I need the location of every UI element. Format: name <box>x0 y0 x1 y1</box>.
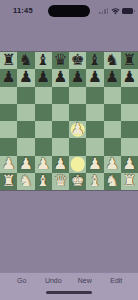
last-move-highlight <box>70 157 85 172</box>
piece-black-rook: ♜ <box>2 52 16 69</box>
square-h5[interactable] <box>121 104 138 121</box>
status-bar: 11:45 <box>0 0 138 22</box>
square-f4[interactable] <box>86 121 103 138</box>
square-c5[interactable] <box>35 104 52 121</box>
wifi-icon <box>111 8 120 15</box>
square-c7[interactable]: ♟ <box>35 69 52 86</box>
square-a2[interactable]: ♟ <box>0 156 17 173</box>
square-a4[interactable] <box>0 121 17 138</box>
piece-white-rook: ♜ <box>2 172 16 189</box>
square-a5[interactable] <box>0 104 17 121</box>
square-h2[interactable]: ♟ <box>121 156 138 173</box>
square-b2[interactable]: ♟ <box>17 156 34 173</box>
square-b1[interactable]: ♞ <box>17 173 34 190</box>
piece-black-queen: ♛ <box>53 52 67 69</box>
square-a1[interactable]: ♜ <box>0 173 17 190</box>
square-g8[interactable]: ♞ <box>104 52 121 69</box>
piece-black-pawn: ♟ <box>53 69 67 86</box>
square-c3[interactable] <box>35 138 52 155</box>
square-g2[interactable]: ♟ <box>104 156 121 173</box>
square-f6[interactable] <box>86 87 103 104</box>
square-e6[interactable] <box>69 87 86 104</box>
battery-icon <box>122 8 133 14</box>
clock-time: 11:45 <box>13 6 33 15</box>
square-h3[interactable] <box>121 138 138 155</box>
piece-black-pawn: ♟ <box>88 69 102 86</box>
square-b6[interactable] <box>17 87 34 104</box>
square-f1[interactable]: ♝ <box>86 173 103 190</box>
piece-white-pawn: ♟ <box>2 155 16 172</box>
go-button[interactable]: Go <box>6 276 38 285</box>
cellular-signal-icon <box>99 8 108 14</box>
square-f7[interactable]: ♟ <box>86 69 103 86</box>
piece-black-pawn: ♟ <box>105 69 119 86</box>
square-b7[interactable]: ♟ <box>17 69 34 86</box>
piece-black-pawn: ♟ <box>2 69 16 86</box>
piece-black-pawn: ♟ <box>19 69 33 86</box>
square-b5[interactable] <box>17 104 34 121</box>
chess-board: ♜♞♝♛♚♝♞♜♟♟♟♟♟♟♟♟♟♟♟♟♟♟♟♟♜♞♝♛♚♝♞♜ <box>0 52 138 190</box>
piece-white-knight: ♞ <box>105 172 119 189</box>
square-b8[interactable]: ♞ <box>17 52 34 69</box>
piece-white-knight: ♞ <box>19 172 33 189</box>
piece-black-pawn: ♟ <box>71 69 85 86</box>
square-d4[interactable] <box>52 121 69 138</box>
square-g3[interactable] <box>104 138 121 155</box>
square-c4[interactable] <box>35 121 52 138</box>
square-d5[interactable] <box>52 104 69 121</box>
square-f2[interactable]: ♟ <box>86 156 103 173</box>
piece-white-king: ♚ <box>71 172 85 189</box>
piece-white-pawn: ♟ <box>71 121 85 138</box>
square-a6[interactable] <box>0 87 17 104</box>
square-h1[interactable]: ♜ <box>121 173 138 190</box>
piece-black-pawn: ♟ <box>36 69 50 86</box>
square-b3[interactable] <box>17 138 34 155</box>
square-e2[interactable] <box>69 156 86 173</box>
piece-black-king: ♚ <box>71 52 85 69</box>
square-g4[interactable] <box>104 121 121 138</box>
square-d3[interactable] <box>52 138 69 155</box>
square-f8[interactable]: ♝ <box>86 52 103 69</box>
piece-black-knight: ♞ <box>19 52 33 69</box>
piece-black-rook: ♜ <box>122 52 136 69</box>
square-h6[interactable] <box>121 87 138 104</box>
square-g1[interactable]: ♞ <box>104 173 121 190</box>
square-d7[interactable]: ♟ <box>52 69 69 86</box>
square-e7[interactable]: ♟ <box>69 69 86 86</box>
square-c6[interactable] <box>35 87 52 104</box>
square-h7[interactable]: ♟ <box>121 69 138 86</box>
square-d1[interactable]: ♛ <box>52 173 69 190</box>
square-e4[interactable]: ♟ <box>69 121 86 138</box>
bottom-toolbar: Go Undo New Edit <box>0 272 138 300</box>
square-e1[interactable]: ♚ <box>69 173 86 190</box>
new-button[interactable]: New <box>69 276 101 285</box>
home-indicator[interactable] <box>46 291 92 295</box>
square-c1[interactable]: ♝ <box>35 173 52 190</box>
square-d2[interactable]: ♟ <box>52 156 69 173</box>
piece-black-bishop: ♝ <box>36 52 50 69</box>
square-h4[interactable] <box>121 121 138 138</box>
square-g7[interactable]: ♟ <box>104 69 121 86</box>
square-a3[interactable] <box>0 138 17 155</box>
piece-white-pawn: ♟ <box>88 155 102 172</box>
square-c2[interactable]: ♟ <box>35 156 52 173</box>
square-c8[interactable]: ♝ <box>35 52 52 69</box>
piece-white-rook: ♜ <box>122 172 136 189</box>
piece-white-pawn: ♟ <box>53 155 67 172</box>
piece-white-bishop: ♝ <box>36 172 50 189</box>
square-h8[interactable]: ♜ <box>121 52 138 69</box>
piece-black-knight: ♞ <box>105 52 119 69</box>
undo-button[interactable]: Undo <box>38 276 70 285</box>
square-a7[interactable]: ♟ <box>0 69 17 86</box>
piece-white-bishop: ♝ <box>88 172 102 189</box>
piece-white-queen: ♛ <box>53 172 67 189</box>
piece-black-pawn: ♟ <box>122 69 136 86</box>
edit-button[interactable]: Edit <box>101 276 133 285</box>
square-e5[interactable] <box>69 104 86 121</box>
piece-white-pawn: ♟ <box>105 155 119 172</box>
piece-white-pawn: ♟ <box>122 155 136 172</box>
piece-black-bishop: ♝ <box>88 52 102 69</box>
dynamic-island <box>48 5 90 17</box>
square-f5[interactable] <box>86 104 103 121</box>
square-a8[interactable]: ♜ <box>0 52 17 69</box>
square-g6[interactable] <box>104 87 121 104</box>
square-g5[interactable] <box>104 104 121 121</box>
square-e3[interactable] <box>69 138 86 155</box>
square-d8[interactable]: ♛ <box>52 52 69 69</box>
square-b4[interactable] <box>17 121 34 138</box>
square-f3[interactable] <box>86 138 103 155</box>
piece-white-pawn: ♟ <box>36 155 50 172</box>
square-e8[interactable]: ♚ <box>69 52 86 69</box>
piece-white-pawn: ♟ <box>19 155 33 172</box>
status-icons <box>99 7 133 15</box>
square-d6[interactable] <box>52 87 69 104</box>
